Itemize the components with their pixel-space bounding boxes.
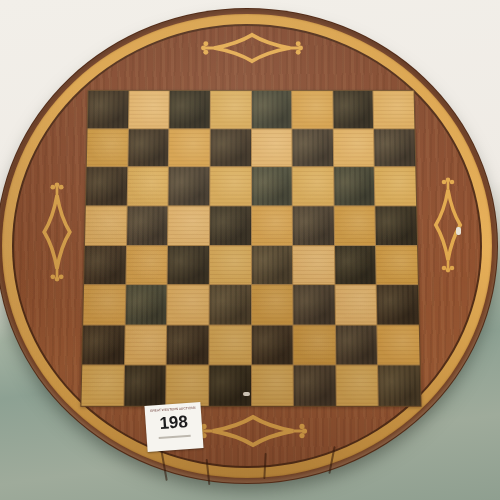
board-square [87,129,128,166]
board-square [167,285,208,324]
photo-background: GREAT WESTERN AUCTIONS 198 [0,0,500,500]
board-square [375,167,416,205]
board-square [126,245,167,284]
board-square [168,245,209,284]
board-square [252,325,293,365]
board-square [211,91,251,128]
board-square [333,129,374,166]
board-square [292,91,332,128]
chessboard [80,90,421,407]
board-square [167,325,209,365]
inlay-diamond-top [202,32,302,65]
tag-fine-print [158,435,191,439]
board-square [169,167,210,205]
board-square [251,129,291,166]
board-square [378,366,420,406]
board-square [127,167,168,205]
board-square [83,285,125,324]
board-square [376,245,417,284]
board-square [294,325,336,365]
board-square [334,167,375,205]
board-square [127,206,168,244]
wear-chip [243,392,250,396]
board-square [252,285,293,324]
board-square [293,206,334,244]
board-square [336,325,378,365]
board-square [251,206,292,244]
board-square [125,285,166,324]
board-square [251,167,291,205]
board-square [377,285,419,324]
board-square [210,129,250,166]
board-square [129,91,169,128]
wear-chip [456,227,461,235]
board-square [168,206,209,244]
inlay-diamond-left [37,184,77,280]
board-square [376,206,417,244]
board-square [210,245,251,284]
board-square [166,366,208,406]
board-square [294,366,336,406]
board-square [86,167,127,205]
board-square [210,206,251,244]
board-square [293,245,334,284]
board-square [293,285,334,324]
board-square [82,325,124,365]
board-square [209,366,251,406]
board-square [335,285,376,324]
board-square [169,129,209,166]
board-square [333,91,373,128]
board-square [335,245,376,284]
board-square [374,129,415,166]
board-square [251,91,291,128]
board-square [124,366,166,406]
board-square [334,206,375,244]
table-top [0,8,498,484]
inlay-diamond-bottom [197,414,309,449]
board-square [84,245,125,284]
lot-tag: GREAT WESTERN AUCTIONS 198 [144,402,203,452]
board-square [85,206,126,244]
board-square [209,325,250,365]
board-square [374,91,415,128]
board-square [252,245,293,284]
board-square [336,366,378,406]
board-square [209,285,250,324]
board-square [128,129,169,166]
board-square [81,366,123,406]
lot-number: 198 [145,411,202,435]
board-square [170,91,210,128]
board-square [378,325,420,365]
board-square [88,91,129,128]
board-square [293,167,334,205]
board-square [125,325,167,365]
board-square [252,366,294,406]
board-square [292,129,332,166]
inlay-diamond-right [426,179,470,271]
board-square [210,167,250,205]
